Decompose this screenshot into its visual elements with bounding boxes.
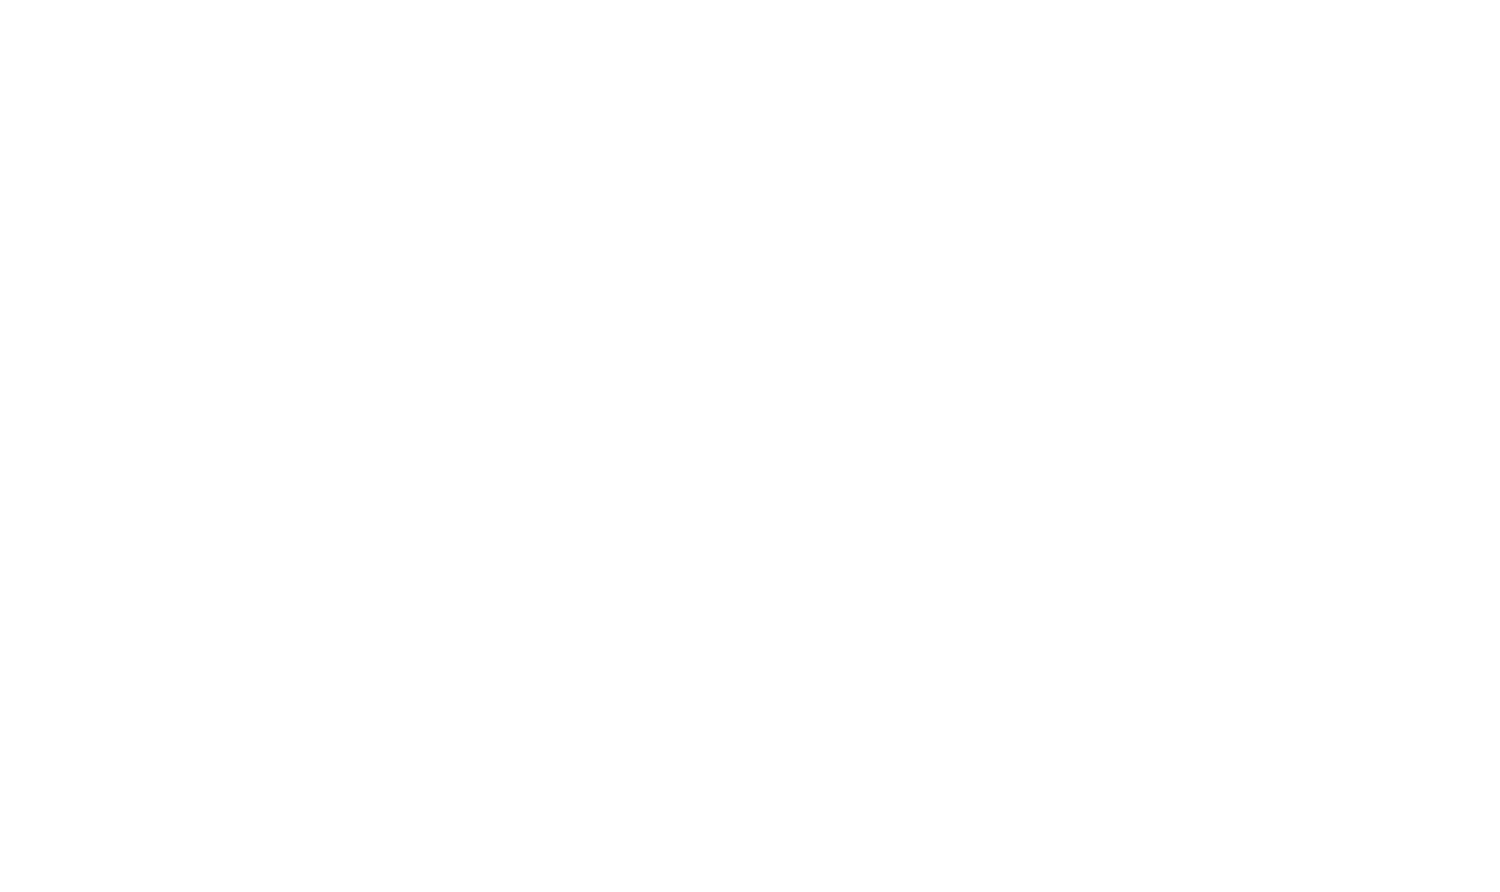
product-photo-stage [0,0,1500,892]
chess-board [0,0,1500,892]
